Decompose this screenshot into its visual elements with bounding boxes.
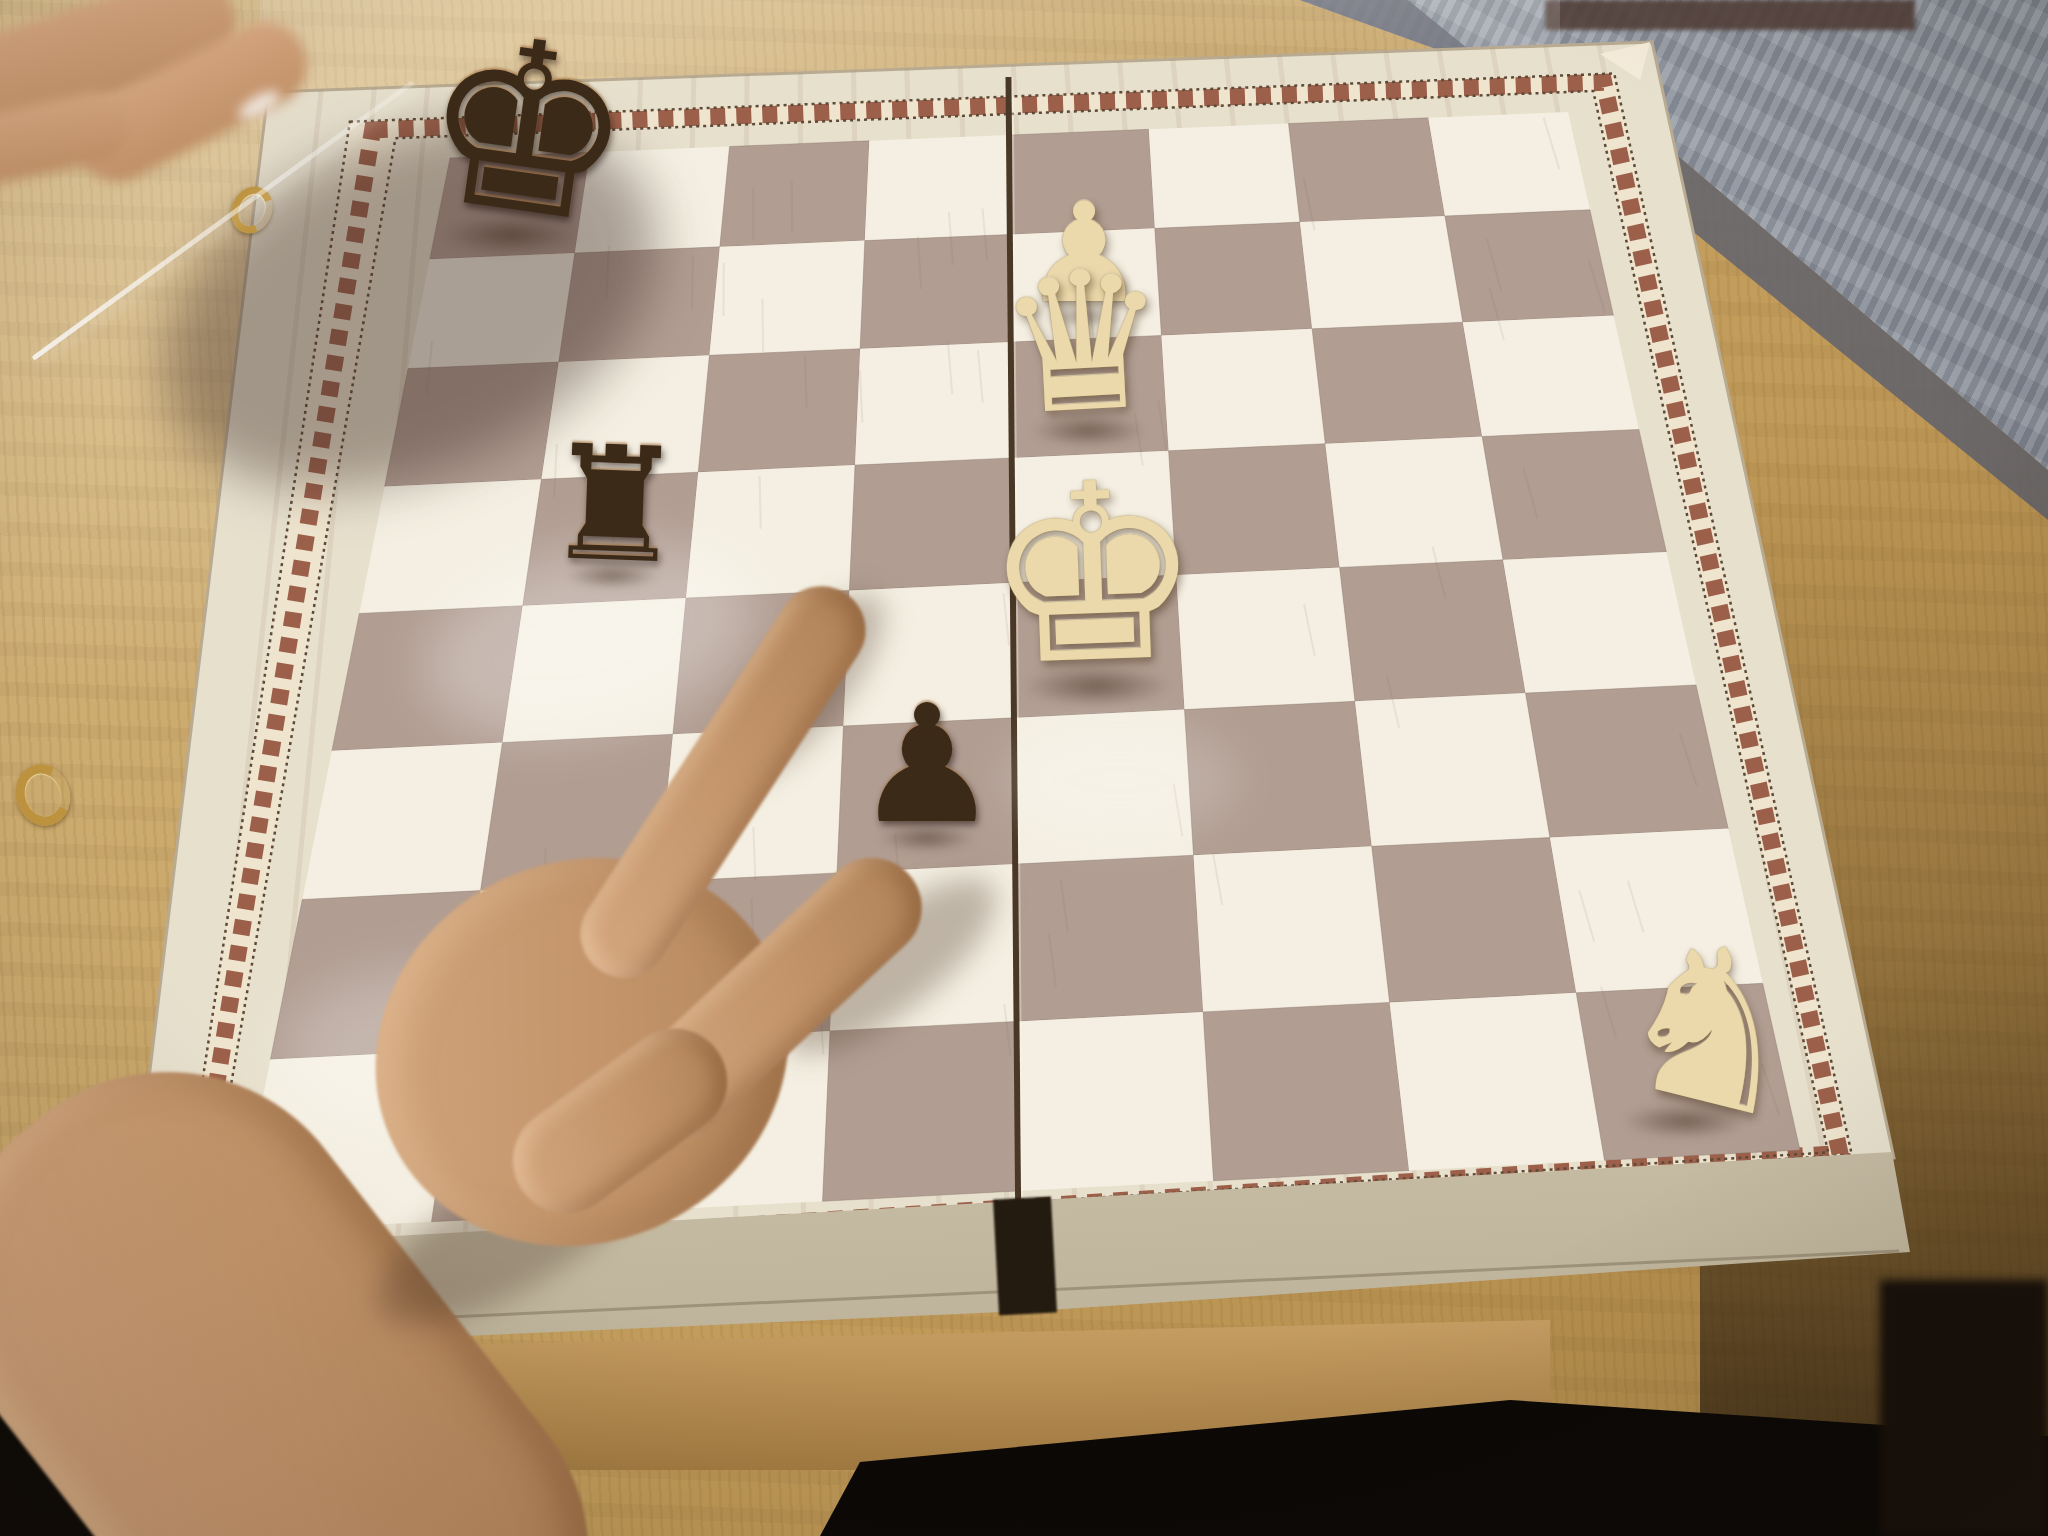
board-square: [865, 135, 1010, 241]
board-square: [837, 718, 1015, 873]
board-glare: [1000, 720, 1240, 840]
board-hinge-gap: [993, 1197, 1057, 1316]
board-square: [1340, 560, 1526, 702]
board-square: [1463, 316, 1639, 437]
board-square: [720, 141, 870, 247]
board-square: [1428, 112, 1590, 216]
board-square: [1169, 444, 1340, 575]
board-square: [1526, 685, 1729, 838]
board-square: [1482, 429, 1666, 559]
board-square: [855, 342, 1012, 465]
board-square: [1445, 210, 1614, 322]
board-square: [1010, 228, 1162, 342]
board-square: [1009, 129, 1155, 234]
board-square: [1550, 829, 1763, 993]
board-square: [1161, 329, 1325, 451]
board-square: [1155, 222, 1312, 335]
board-square: [1372, 838, 1577, 1003]
board-square: [1390, 993, 1605, 1171]
board-square: [302, 743, 502, 900]
board-square: [1289, 118, 1445, 222]
board-square: [1194, 846, 1390, 1012]
board-square: [860, 235, 1011, 349]
board-square: [1013, 575, 1185, 718]
board-square: [1355, 693, 1550, 846]
board-square: [823, 1021, 1019, 1201]
board-square: [1176, 567, 1355, 709]
board-square: [709, 241, 864, 356]
board-square: [1300, 216, 1463, 329]
board-square: [1576, 983, 1800, 1160]
board-square: [1325, 437, 1503, 568]
board-square: [1149, 124, 1300, 229]
board-square: [1015, 855, 1203, 1021]
board-square: [1011, 335, 1169, 458]
board-square: [1017, 1012, 1214, 1191]
board-square: [849, 458, 1012, 591]
board-square: [698, 349, 860, 473]
board-square: [1012, 451, 1176, 583]
board-square: [1203, 1002, 1409, 1180]
dark-corner-bottom-right: [1880, 1280, 2048, 1536]
board-square: [1312, 322, 1482, 444]
board-square: [1503, 552, 1696, 693]
